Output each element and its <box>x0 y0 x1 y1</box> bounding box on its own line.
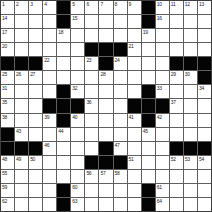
cell-r7c13[interactable] <box>170 85 183 98</box>
cell-r11c4[interactable]: 46 <box>43 142 56 155</box>
cell-r2c7[interactable] <box>85 15 98 28</box>
cell-r4c13[interactable] <box>170 43 183 56</box>
cell-r10c11[interactable]: 45 <box>142 128 155 141</box>
blocked-cell <box>142 1 155 14</box>
clue-number: 44 <box>58 128 63 134</box>
cell-r5c7[interactable]: 23 <box>85 57 98 70</box>
clue-number: 39 <box>44 114 49 120</box>
clue-number: 48 <box>2 156 7 162</box>
blocked-cell <box>198 142 211 155</box>
cell-r6c1[interactable]: 25 <box>1 71 14 84</box>
cell-r9c2[interactable] <box>15 114 28 127</box>
cell-r9c3[interactable] <box>29 114 42 127</box>
cell-r11c9[interactable]: 47 <box>114 142 127 155</box>
cell-r2c10[interactable] <box>128 15 141 28</box>
cell-r3c3[interactable] <box>29 29 42 42</box>
clue-number: 4 <box>44 1 46 7</box>
cell-r4c12[interactable] <box>156 43 169 56</box>
cell-r6c10[interactable] <box>128 71 141 84</box>
cell-r7c10[interactable] <box>128 85 141 98</box>
clue-number: 64 <box>157 198 162 204</box>
cell-r9c4[interactable]: 39 <box>43 114 56 127</box>
clue-number: 49 <box>16 156 21 162</box>
cell-r3c4[interactable] <box>43 29 56 42</box>
clue-number: 8 <box>115 1 117 7</box>
cell-r8c1[interactable]: 35 <box>1 99 14 112</box>
clue-number: 36 <box>86 99 91 105</box>
blocked-cell <box>57 184 70 197</box>
cell-r3c8[interactable] <box>99 29 112 42</box>
blocked-cell <box>184 57 197 70</box>
cell-r14c4[interactable] <box>43 184 56 197</box>
cell-r15c12[interactable]: 64 <box>156 198 169 211</box>
cell-r2c9[interactable] <box>114 15 127 28</box>
clue-number: 28 <box>100 71 105 77</box>
cell-r8c15[interactable] <box>198 99 211 112</box>
cell-r1c7[interactable]: 6 <box>85 1 98 14</box>
cell-r6c13[interactable]: 29 <box>170 71 183 84</box>
clue-number: 5 <box>72 1 74 7</box>
clue-number: 25 <box>2 71 7 77</box>
clue-number: 57 <box>100 170 105 176</box>
cell-r14c14[interactable] <box>184 184 197 197</box>
cell-r15c1[interactable]: 62 <box>1 198 14 211</box>
cell-r11c5[interactable] <box>57 142 70 155</box>
cell-r3c1[interactable]: 17 <box>1 29 14 42</box>
cell-r3c10[interactable] <box>128 29 141 42</box>
cell-r2c2[interactable] <box>15 15 28 28</box>
clue-number: 15 <box>72 15 77 21</box>
cell-r13c9[interactable]: 58 <box>114 170 127 183</box>
clue-number: 34 <box>199 85 204 91</box>
blocked-cell <box>1 128 14 141</box>
cell-r13c6[interactable] <box>71 170 84 183</box>
cell-r13c8[interactable]: 57 <box>99 170 112 183</box>
cell-r7c8[interactable] <box>99 85 112 98</box>
cell-r15c7[interactable] <box>85 198 98 211</box>
crossword-grid: 1234567891011121314151617181920212223242… <box>0 0 212 212</box>
cell-r11c7[interactable] <box>85 142 98 155</box>
blocked-cell <box>29 57 42 70</box>
cell-r2c15[interactable] <box>198 15 211 28</box>
cell-r12c10[interactable]: 51 <box>128 156 141 169</box>
clue-number: 23 <box>86 57 91 63</box>
cell-r4c6[interactable] <box>71 43 84 56</box>
cell-r13c2[interactable] <box>15 170 28 183</box>
blocked-cell <box>156 99 169 112</box>
clue-number: 50 <box>30 156 35 162</box>
clue-number: 54 <box>199 156 204 162</box>
cell-r7c7[interactable] <box>85 85 98 98</box>
cell-r13c14[interactable] <box>184 170 197 183</box>
clue-number: 3 <box>30 1 32 7</box>
cell-r8c9[interactable] <box>114 99 127 112</box>
cell-r10c14[interactable] <box>184 128 197 141</box>
blocked-cell <box>128 99 141 112</box>
blocked-cell <box>99 142 112 155</box>
clue-number: 22 <box>44 57 49 63</box>
cell-r1c10[interactable]: 9 <box>128 1 141 14</box>
cell-r14c1[interactable]: 59 <box>1 184 14 197</box>
cell-r3c7[interactable] <box>85 29 98 42</box>
cell-r9c14[interactable] <box>184 114 197 127</box>
clue-number: 52 <box>171 156 176 162</box>
clue-number: 21 <box>129 43 134 49</box>
cell-r4c3[interactable] <box>29 43 42 56</box>
cell-r10c4[interactable] <box>43 128 56 141</box>
blocked-cell <box>29 142 42 155</box>
cell-r1c6[interactable]: 5 <box>71 1 84 14</box>
cell-r14c8[interactable] <box>99 184 112 197</box>
blocked-cell <box>71 99 84 112</box>
cell-r10c2[interactable]: 43 <box>15 128 28 141</box>
cell-r13c7[interactable]: 56 <box>85 170 98 183</box>
clue-number: 19 <box>143 29 148 35</box>
blocked-cell <box>170 142 183 155</box>
cell-r4c2[interactable] <box>15 43 28 56</box>
clue-number: 37 <box>171 99 176 105</box>
cell-r15c15[interactable] <box>198 198 211 211</box>
cell-r4c15[interactable] <box>198 43 211 56</box>
cell-r10c13[interactable] <box>170 128 183 141</box>
clue-number: 29 <box>171 71 176 77</box>
cell-r6c4[interactable] <box>43 71 56 84</box>
clue-number: 62 <box>2 198 7 204</box>
clue-number: 43 <box>16 128 21 134</box>
cell-r9c9[interactable] <box>114 114 127 127</box>
cell-r2c12[interactable]: 16 <box>156 15 169 28</box>
cell-r5c4[interactable]: 22 <box>43 57 56 70</box>
cell-r9c12[interactable]: 42 <box>156 114 169 127</box>
clue-number: 31 <box>2 85 7 91</box>
blocked-cell <box>85 156 98 169</box>
cell-r10c7[interactable] <box>85 128 98 141</box>
cell-r3c2[interactable] <box>15 29 28 42</box>
cell-r5c12[interactable] <box>156 57 169 70</box>
blocked-cell <box>142 114 155 127</box>
blocked-cell <box>99 43 112 56</box>
clue-number: 11 <box>171 1 176 7</box>
cell-r13c5[interactable] <box>57 170 70 183</box>
cell-r12c12[interactable] <box>156 156 169 169</box>
clue-number: 13 <box>199 1 204 7</box>
cell-r14c13[interactable] <box>170 184 183 197</box>
cell-r1c14[interactable]: 12 <box>184 1 197 14</box>
blocked-cell <box>57 85 70 98</box>
blocked-cell <box>114 43 127 56</box>
cell-r3c12[interactable] <box>156 29 169 42</box>
blocked-cell <box>15 57 28 70</box>
cell-r4c4[interactable] <box>43 43 56 56</box>
cell-r13c10[interactable] <box>128 170 141 183</box>
cell-r10c15[interactable] <box>198 128 211 141</box>
blocked-cell <box>170 57 183 70</box>
cell-r9c1[interactable]: 38 <box>1 114 14 127</box>
cell-r3c6[interactable] <box>71 29 84 42</box>
blocked-cell <box>184 142 197 155</box>
cell-r15c13[interactable] <box>170 198 183 211</box>
cell-r2c1[interactable]: 14 <box>1 15 14 28</box>
cell-r3c5[interactable]: 18 <box>57 29 70 42</box>
cell-r1c15[interactable]: 13 <box>198 1 211 14</box>
cell-r3c13[interactable] <box>170 29 183 42</box>
blocked-cell <box>57 99 70 112</box>
cell-r4c14[interactable] <box>184 43 197 56</box>
cell-r8c7[interactable]: 36 <box>85 99 98 112</box>
cell-r7c1[interactable]: 31 <box>1 85 14 98</box>
clue-number: 6 <box>86 1 88 7</box>
cell-r6c2[interactable]: 26 <box>15 71 28 84</box>
cell-r14c9[interactable] <box>114 184 127 197</box>
cell-r10c10[interactable] <box>128 128 141 141</box>
cell-r7c4[interactable] <box>43 85 56 98</box>
cell-r14c12[interactable]: 61 <box>156 184 169 197</box>
cell-r12c5[interactable] <box>57 156 70 169</box>
cell-r1c3[interactable]: 3 <box>29 1 42 14</box>
clue-number: 32 <box>72 85 77 91</box>
cell-r13c15[interactable] <box>198 170 211 183</box>
cell-r1c4[interactable]: 4 <box>43 1 56 14</box>
blocked-cell <box>142 85 155 98</box>
blocked-cell <box>99 57 112 70</box>
clue-number: 2 <box>16 1 18 7</box>
cell-r8c3[interactable] <box>29 99 42 112</box>
cell-r2c4[interactable] <box>43 15 56 28</box>
blocked-cell <box>142 15 155 28</box>
clue-number: 35 <box>2 99 7 105</box>
cell-r15c3[interactable] <box>29 198 42 211</box>
cell-r2c8[interactable] <box>99 15 112 28</box>
clue-number: 42 <box>157 114 162 120</box>
cell-r5c9[interactable]: 24 <box>114 57 127 70</box>
cell-r7c9[interactable] <box>114 85 127 98</box>
blocked-cell <box>99 156 112 169</box>
blocked-cell <box>57 1 70 14</box>
blocked-cell <box>43 99 56 112</box>
blocked-cell <box>1 57 14 70</box>
cell-r12c1[interactable]: 48 <box>1 156 14 169</box>
clue-number: 61 <box>157 184 162 190</box>
clue-number: 27 <box>30 71 35 77</box>
clue-number: 12 <box>185 1 190 7</box>
blocked-cell <box>142 198 155 211</box>
clue-number: 24 <box>115 57 120 63</box>
cell-r5c6[interactable] <box>71 57 84 70</box>
clue-number: 17 <box>2 29 7 35</box>
blocked-cell <box>57 114 70 127</box>
clue-number: 14 <box>2 15 7 21</box>
cell-r7c14[interactable] <box>184 85 197 98</box>
cell-r11c12[interactable] <box>156 142 169 155</box>
cell-r6c8[interactable]: 28 <box>99 71 112 84</box>
cell-r3c11[interactable]: 19 <box>142 29 155 42</box>
cell-r6c6[interactable] <box>71 71 84 84</box>
cell-r2c3[interactable] <box>29 15 42 28</box>
cell-r13c12[interactable] <box>156 170 169 183</box>
blocked-cell <box>198 57 211 70</box>
clue-number: 63 <box>72 198 77 204</box>
cell-r15c9[interactable] <box>114 198 127 211</box>
cell-r13c3[interactable] <box>29 170 42 183</box>
blocked-cell <box>142 99 155 112</box>
cell-r13c1[interactable]: 55 <box>1 170 14 183</box>
cell-r7c12[interactable]: 33 <box>156 85 169 98</box>
cell-r13c4[interactable] <box>43 170 56 183</box>
cell-r2c13[interactable] <box>170 15 183 28</box>
cell-r14c10[interactable] <box>128 184 141 197</box>
cell-r10c9[interactable] <box>114 128 127 141</box>
cell-r8c8[interactable] <box>99 99 112 112</box>
cell-r3c14[interactable] <box>184 29 197 42</box>
cell-r9c10[interactable]: 41 <box>128 114 141 127</box>
cell-r11c10[interactable] <box>128 142 141 155</box>
cell-r10c6[interactable] <box>71 128 84 141</box>
cell-r5c5[interactable] <box>57 57 70 70</box>
blocked-cell <box>114 156 127 169</box>
cell-r14c7[interactable] <box>85 184 98 197</box>
cell-r1c12[interactable]: 10 <box>156 1 169 14</box>
cell-r1c9[interactable]: 8 <box>114 1 127 14</box>
cell-r8c14[interactable] <box>184 99 197 112</box>
clue-number: 10 <box>157 1 162 7</box>
cell-r12c13[interactable]: 52 <box>170 156 183 169</box>
cell-r6c12[interactable] <box>156 71 169 84</box>
blocked-cell <box>1 142 14 155</box>
cell-r6c14[interactable]: 30 <box>184 71 197 84</box>
blocked-cell <box>15 142 28 155</box>
clue-number: 41 <box>129 114 134 120</box>
cell-r15c4[interactable] <box>43 198 56 211</box>
cell-r9c13[interactable] <box>170 114 183 127</box>
blocked-cell <box>57 15 70 28</box>
cell-r10c5[interactable]: 44 <box>57 128 70 141</box>
cell-r12c4[interactable] <box>43 156 56 169</box>
clue-number: 38 <box>2 114 7 120</box>
cell-r9c6[interactable]: 40 <box>71 114 84 127</box>
clue-number: 1 <box>2 1 4 7</box>
cell-r6c5[interactable] <box>57 71 70 84</box>
clue-number: 51 <box>129 156 134 162</box>
cell-r4c1[interactable]: 20 <box>1 43 14 56</box>
cell-r6c7[interactable] <box>85 71 98 84</box>
clue-number: 7 <box>100 1 102 7</box>
clue-number: 45 <box>143 128 148 134</box>
cell-r12c6[interactable] <box>71 156 84 169</box>
blocked-cell <box>142 184 155 197</box>
cell-r7c3[interactable] <box>29 85 42 98</box>
clue-number: 33 <box>157 85 162 91</box>
cell-r1c13[interactable]: 11 <box>170 1 183 14</box>
clue-number: 47 <box>115 142 120 148</box>
cell-r4c11[interactable] <box>142 43 155 56</box>
cell-r6c3[interactable]: 27 <box>29 71 42 84</box>
cell-r14c15[interactable] <box>198 184 211 197</box>
clue-number: 60 <box>72 184 77 190</box>
cell-r8c2[interactable] <box>15 99 28 112</box>
clue-number: 9 <box>129 1 131 7</box>
cell-r15c10[interactable] <box>128 198 141 211</box>
cell-r15c8[interactable] <box>99 198 112 211</box>
cell-r12c15[interactable]: 54 <box>198 156 211 169</box>
cell-r11c6[interactable] <box>71 142 84 155</box>
clue-number: 18 <box>58 29 63 35</box>
cell-r9c7[interactable] <box>85 114 98 127</box>
cell-r10c12[interactable] <box>156 128 169 141</box>
cell-r1c1[interactable]: 1 <box>1 1 14 14</box>
blocked-cell <box>85 43 98 56</box>
cell-r14c6[interactable]: 60 <box>71 184 84 197</box>
clue-number: 58 <box>115 170 120 176</box>
cell-r12c3[interactable]: 50 <box>29 156 42 169</box>
cell-r12c2[interactable]: 49 <box>15 156 28 169</box>
cell-r12c14[interactable]: 53 <box>184 156 197 169</box>
cell-r15c14[interactable] <box>184 198 197 211</box>
cell-r13c13[interactable] <box>170 170 183 183</box>
cell-r3c9[interactable] <box>114 29 127 42</box>
cell-r5c11[interactable] <box>142 57 155 70</box>
cell-r2c14[interactable] <box>184 15 197 28</box>
cell-r4c5[interactable] <box>57 43 70 56</box>
blocked-cell <box>198 71 211 84</box>
clue-number: 46 <box>44 142 49 148</box>
cell-r1c8[interactable]: 7 <box>99 1 112 14</box>
clue-number: 16 <box>157 15 162 21</box>
cell-r7c2[interactable] <box>15 85 28 98</box>
cell-r7c6[interactable]: 32 <box>71 85 84 98</box>
clue-number: 59 <box>2 184 7 190</box>
cell-r9c8[interactable] <box>99 114 112 127</box>
cell-r10c8[interactable] <box>99 128 112 141</box>
cell-r3c15[interactable] <box>198 29 211 42</box>
cell-r14c2[interactable] <box>15 184 28 197</box>
cell-r15c2[interactable] <box>15 198 28 211</box>
cell-r9c15[interactable] <box>198 114 211 127</box>
clue-number: 30 <box>185 71 190 77</box>
clue-number: 20 <box>2 43 7 49</box>
cell-r13c11[interactable] <box>142 170 155 183</box>
clue-number: 53 <box>185 156 190 162</box>
cell-r8c13[interactable]: 37 <box>170 99 183 112</box>
clue-number: 40 <box>72 114 77 120</box>
cell-r6c9[interactable] <box>114 71 127 84</box>
blocked-cell <box>57 198 70 211</box>
cell-r5c10[interactable] <box>128 57 141 70</box>
cell-r6c11[interactable] <box>142 71 155 84</box>
clue-number: 55 <box>2 170 7 176</box>
clue-number: 26 <box>16 71 21 77</box>
cell-r15c6[interactable]: 63 <box>71 198 84 211</box>
cell-r1c2[interactable]: 2 <box>15 1 28 14</box>
cell-r4c10[interactable]: 21 <box>128 43 141 56</box>
cell-r7c15[interactable]: 34 <box>198 85 211 98</box>
cell-r10c3[interactable] <box>29 128 42 141</box>
cell-r14c3[interactable] <box>29 184 42 197</box>
cell-r2c6[interactable]: 15 <box>71 15 84 28</box>
clue-number: 56 <box>86 170 91 176</box>
cell-r11c11[interactable] <box>142 142 155 155</box>
cell-r12c11[interactable] <box>142 156 155 169</box>
